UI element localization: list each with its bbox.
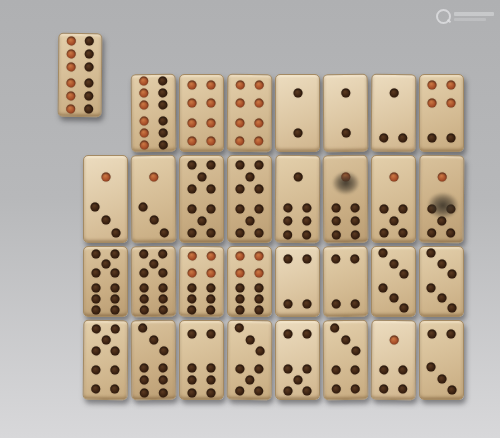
pip: [293, 128, 302, 137]
pip: [302, 254, 311, 263]
domino-tile-5-5[interactable]: [179, 155, 224, 243]
pip: [111, 324, 120, 333]
pip: [350, 254, 359, 263]
pip: [91, 269, 100, 278]
pip: [206, 376, 215, 385]
pip: [110, 306, 119, 315]
domino-tile-1-2[interactable]: [371, 74, 417, 152]
pip: [245, 217, 254, 226]
tile-bottom-half: [228, 113, 271, 151]
tile-bottom-half: [132, 113, 175, 151]
pip: [302, 217, 311, 226]
domino-tile-4-4[interactable]: [227, 74, 273, 152]
pip: [84, 105, 93, 114]
pip: [398, 366, 407, 375]
domino-tile-6-6[interactable]: [131, 74, 177, 152]
pip: [159, 347, 168, 356]
pip: [447, 205, 456, 214]
pip: [284, 254, 293, 263]
tile-top-half: [420, 321, 463, 360]
pip: [188, 268, 197, 277]
domino-tile-2-2[interactable]: [275, 246, 320, 317]
pip: [379, 283, 388, 292]
tile-bottom-half: [132, 360, 175, 399]
tile-bottom-half: [324, 113, 367, 151]
pip: [84, 49, 93, 58]
pip: [67, 62, 76, 71]
pip: [437, 374, 446, 383]
tile-bottom-half: [180, 281, 223, 316]
domino-board-grid: [83, 74, 464, 400]
pip: [140, 140, 149, 149]
pip: [206, 295, 215, 304]
pip: [160, 228, 169, 237]
pip: [140, 363, 149, 372]
pip: [110, 295, 119, 304]
tile-top-half: [372, 75, 415, 113]
pip: [389, 259, 398, 268]
pip: [302, 203, 311, 212]
pip: [110, 284, 119, 293]
pip: [303, 365, 312, 374]
domino-tile-1-1[interactable]: [275, 74, 320, 152]
tile-bottom-half: [372, 113, 415, 151]
tile-top-half: [372, 321, 415, 360]
tile-bottom-half: [180, 360, 223, 399]
domino-tile-4-6[interactable]: [179, 246, 225, 317]
pip: [206, 80, 215, 89]
pip: [158, 363, 167, 372]
pip: [255, 229, 264, 238]
tile-top-half: [180, 321, 223, 360]
pip: [207, 205, 216, 214]
pip: [101, 259, 110, 268]
domino-tile-1-1[interactable]: [323, 74, 369, 152]
domino-tile-3-5[interactable]: [227, 320, 273, 400]
tile-top-half: [276, 156, 319, 199]
pip: [255, 365, 264, 374]
pip: [303, 387, 312, 396]
domino-tile-2-5[interactable]: [275, 320, 320, 400]
pip: [330, 324, 339, 333]
pip: [332, 300, 341, 309]
pip: [235, 323, 244, 332]
pip: [332, 366, 341, 375]
pip: [139, 269, 148, 278]
pip: [207, 160, 216, 169]
tile-bottom-half: [228, 360, 271, 399]
pip: [245, 335, 254, 344]
domino-tile-1-6[interactable]: [323, 155, 369, 243]
tile-top-half: [132, 321, 175, 360]
pip: [159, 249, 168, 258]
pip: [188, 118, 197, 127]
tile-bottom-half: [84, 360, 127, 399]
domino-tile-5-6[interactable]: [131, 246, 177, 317]
domino-tile-4-6[interactable]: [227, 246, 272, 317]
tile-top-half: [324, 321, 367, 360]
pip: [158, 306, 167, 315]
tile-top-half: [59, 34, 101, 75]
pip: [101, 215, 110, 224]
pip: [255, 184, 264, 193]
pip: [245, 172, 254, 181]
pip: [140, 306, 149, 315]
pip: [188, 251, 197, 260]
watermark: [436, 7, 494, 25]
pip: [427, 249, 436, 258]
pip: [188, 330, 197, 339]
tile-bottom-half: [228, 282, 271, 317]
pip: [158, 128, 167, 137]
tile-top-half: [420, 156, 463, 199]
domino-tile-1-3[interactable]: [83, 155, 128, 243]
pip: [140, 388, 149, 397]
tile-top-half: [132, 156, 175, 199]
pip: [84, 62, 93, 71]
pip: [140, 101, 149, 110]
pip: [254, 268, 263, 277]
pip: [188, 99, 197, 108]
pip: [235, 229, 244, 238]
pip: [399, 229, 408, 238]
pip: [254, 306, 263, 315]
watermark-text-lines: [454, 12, 494, 21]
domino-tile-1-4[interactable]: [371, 320, 417, 400]
pip: [188, 363, 197, 372]
pip: [187, 184, 196, 193]
pip: [341, 128, 350, 137]
pip: [158, 116, 167, 125]
pip: [399, 304, 408, 313]
domino-tile-6-6[interactable]: [58, 33, 103, 117]
pip: [206, 363, 215, 372]
pip: [255, 347, 264, 356]
tile-bottom-half: [420, 360, 463, 399]
pip: [91, 202, 100, 211]
pip: [67, 36, 76, 45]
pip: [206, 137, 215, 146]
pip: [188, 137, 197, 146]
pip: [351, 300, 360, 309]
pip: [206, 330, 215, 339]
domino-tile-1-6[interactable]: [275, 155, 321, 243]
tile-bottom-half: [180, 113, 223, 151]
tile-bottom-half: [276, 199, 319, 242]
pip: [235, 205, 244, 214]
pip: [140, 284, 149, 293]
pip: [293, 376, 302, 385]
tile-top-half: [132, 75, 175, 113]
pip: [254, 137, 263, 146]
pip: [188, 284, 197, 293]
pip: [158, 140, 167, 149]
tile-bottom-half: [84, 282, 127, 317]
pip: [67, 49, 76, 58]
pip: [207, 184, 216, 193]
domino-tile-4-4[interactable]: [179, 74, 224, 152]
pip: [341, 89, 350, 98]
photo-scene: [0, 0, 500, 438]
pip: [66, 92, 75, 101]
pip: [302, 231, 311, 240]
domino-tile-5-6[interactable]: [83, 246, 128, 317]
pip: [447, 269, 456, 278]
pip: [206, 284, 215, 293]
pip: [206, 252, 215, 261]
pip: [399, 205, 408, 214]
pip: [380, 384, 389, 393]
pip: [379, 249, 388, 258]
pip: [398, 134, 407, 143]
pip: [111, 346, 120, 355]
domino-tile-3-4[interactable]: [323, 320, 369, 400]
pip: [188, 295, 197, 304]
pip: [255, 205, 264, 214]
pip: [446, 134, 455, 143]
tile-top-half: [276, 75, 319, 113]
pip: [92, 366, 101, 375]
tile-bottom-half: [324, 281, 367, 316]
pip: [284, 300, 293, 309]
pip: [110, 384, 119, 393]
pip: [140, 89, 149, 98]
pip: [206, 118, 215, 127]
pip: [427, 229, 436, 238]
pip: [197, 172, 206, 181]
pip: [389, 89, 398, 98]
pip: [158, 284, 167, 293]
pip: [187, 160, 196, 169]
pip: [197, 217, 206, 226]
pip: [188, 306, 197, 315]
pip: [332, 203, 341, 212]
pip: [255, 387, 264, 396]
pip: [149, 172, 158, 181]
pip: [446, 80, 455, 89]
pip: [284, 203, 293, 212]
pip: [332, 231, 341, 240]
tile-top-half: [132, 247, 175, 282]
pip: [67, 79, 76, 88]
pip: [140, 295, 149, 304]
tile-bottom-half: [324, 199, 367, 242]
pip: [111, 228, 120, 237]
pip: [284, 330, 293, 339]
pip: [447, 229, 456, 238]
tile-top-half: [228, 321, 271, 360]
pip: [101, 172, 110, 181]
pip: [158, 295, 167, 304]
pip: [428, 330, 437, 339]
tile-bottom-half: [420, 113, 463, 151]
pip: [207, 229, 216, 238]
domino-tile-1-3[interactable]: [131, 155, 177, 243]
pip: [446, 330, 455, 339]
pip: [235, 365, 244, 374]
tile-top-half: [84, 156, 127, 199]
domino-tile-3-3[interactable]: [419, 246, 464, 317]
tile-bottom-half: [84, 199, 127, 242]
domino-tile-2-6[interactable]: [179, 320, 224, 400]
pip: [140, 128, 149, 137]
tile-bottom-half: [276, 360, 319, 399]
tile-top-half: [84, 321, 127, 360]
tile-top-half: [276, 247, 319, 282]
domino-tile-5-5[interactable]: [227, 155, 272, 243]
pip: [332, 384, 341, 393]
domino-tile-3-3[interactable]: [371, 246, 416, 317]
tile-top-half: [180, 156, 223, 199]
pip: [92, 306, 101, 315]
pip: [437, 294, 446, 303]
pip: [139, 202, 148, 211]
pip: [140, 376, 149, 385]
pip: [158, 388, 167, 397]
tile-bottom-half: [324, 360, 367, 399]
pip: [84, 79, 93, 88]
tile-bottom-half: [132, 281, 175, 316]
pip: [91, 249, 100, 258]
pip: [206, 99, 215, 108]
tile-top-half: [420, 75, 463, 113]
tile-top-half: [228, 156, 271, 199]
pip: [254, 118, 263, 127]
pip: [380, 366, 389, 375]
pip: [235, 160, 244, 169]
domino-tile-1-5[interactable]: [371, 155, 416, 243]
pip: [399, 269, 408, 278]
tile-bottom-half: [59, 75, 101, 116]
pip: [331, 254, 340, 263]
tile-top-half: [324, 156, 367, 199]
pip: [398, 384, 407, 393]
tile-bottom-half: [372, 282, 415, 317]
pip: [447, 386, 456, 395]
pip: [350, 217, 359, 226]
pip: [188, 80, 197, 89]
pip: [293, 172, 302, 181]
pip: [84, 92, 93, 101]
domino-tile-2-3[interactable]: [419, 320, 464, 400]
tile-bottom-half: [372, 360, 415, 399]
tile-top-half: [324, 75, 367, 113]
pip: [437, 217, 446, 226]
pip: [351, 347, 360, 356]
domino-tile-2-2[interactable]: [323, 246, 369, 317]
pip: [110, 366, 119, 375]
pip: [446, 99, 455, 108]
domino-tile-5-4[interactable]: [83, 320, 129, 400]
pip: [236, 136, 245, 145]
tile-bottom-half: [276, 113, 319, 151]
pip: [206, 268, 215, 277]
pip: [187, 229, 196, 238]
pip: [91, 346, 100, 355]
pip: [255, 160, 264, 169]
pip: [427, 363, 436, 372]
tile-top-half: [420, 247, 463, 282]
tile-bottom-half: [420, 282, 463, 317]
pip: [283, 387, 292, 396]
pip: [149, 215, 158, 224]
pip: [236, 268, 245, 277]
pip: [283, 365, 292, 374]
pip: [302, 330, 311, 339]
pip: [427, 283, 436, 292]
pip: [140, 116, 149, 125]
tile-top-half: [228, 75, 271, 113]
tile-top-half: [276, 321, 319, 360]
domino-tile-4-2[interactable]: [419, 74, 464, 152]
tile-top-half: [372, 156, 415, 199]
pip: [187, 205, 196, 214]
pip: [428, 80, 437, 89]
tile-bottom-half: [372, 199, 415, 242]
pip: [159, 269, 168, 278]
tile-bottom-half: [420, 199, 463, 242]
pip: [91, 324, 100, 333]
pip: [92, 295, 101, 304]
pip: [92, 284, 101, 293]
pip: [111, 269, 120, 278]
pip: [437, 259, 446, 268]
pip: [254, 99, 263, 108]
pip: [254, 80, 263, 89]
pip: [139, 249, 148, 258]
pip: [379, 205, 388, 214]
tile-bottom-half: [180, 199, 223, 242]
pip: [341, 172, 350, 181]
pip: [235, 184, 244, 193]
pip: [111, 249, 120, 258]
pip: [254, 295, 263, 304]
pip: [235, 387, 244, 396]
pip: [332, 217, 341, 226]
pip: [236, 80, 245, 89]
tile-top-half: [324, 247, 367, 282]
pip: [149, 259, 158, 268]
domino-tile-1-5[interactable]: [419, 155, 465, 243]
pip: [350, 230, 359, 239]
pip: [236, 306, 245, 315]
pip: [389, 217, 398, 226]
pip: [284, 230, 293, 239]
pip: [389, 172, 398, 181]
magnifier-logo-icon: [436, 9, 451, 24]
pip: [389, 335, 398, 344]
pip: [341, 335, 350, 344]
tile-bottom-half: [276, 282, 319, 317]
pip: [293, 89, 302, 98]
pip: [188, 388, 197, 397]
pip: [188, 376, 197, 385]
domino-tile-3-6[interactable]: [131, 320, 177, 400]
pip: [350, 384, 359, 393]
pip: [389, 294, 398, 303]
tile-top-half: [228, 247, 271, 282]
tile-bottom-half: [228, 199, 271, 242]
pip: [236, 118, 245, 127]
pip: [158, 101, 167, 110]
pip: [236, 295, 245, 304]
tile-top-half: [372, 247, 415, 282]
pip: [350, 203, 359, 212]
pip: [350, 366, 359, 375]
pip: [206, 306, 215, 315]
pip: [85, 36, 94, 45]
pip: [379, 229, 388, 238]
